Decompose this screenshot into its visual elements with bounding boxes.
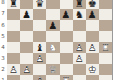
square-g4[interactable]: ♟♙ <box>86 42 99 53</box>
white-p-piece: ♙ <box>73 53 86 64</box>
white-n-piece: ♘ <box>46 42 59 53</box>
square-c7[interactable] <box>33 9 46 20</box>
square-a4[interactable] <box>7 42 20 53</box>
square-c8[interactable]: ♛ <box>33 0 46 9</box>
white-b-piece-fill: ♝ <box>33 75 46 80</box>
square-f6[interactable] <box>73 20 86 31</box>
black-k-piece: ♚ <box>86 0 99 9</box>
white-r-piece: ♖ <box>60 75 73 80</box>
square-h5[interactable] <box>99 31 112 42</box>
square-h7[interactable] <box>99 9 112 20</box>
square-c5[interactable] <box>33 31 46 42</box>
rank-label-5: 5 <box>0 34 6 40</box>
square-c6[interactable] <box>33 20 46 31</box>
square-c3[interactable]: ♟♙ <box>33 53 46 64</box>
white-p-piece: ♙ <box>33 53 46 64</box>
square-b7[interactable]: ♟ <box>20 9 33 20</box>
square-b4[interactable] <box>20 42 33 53</box>
square-b2[interactable]: ♟♙ <box>20 64 33 75</box>
rank-label-3: 3 <box>0 56 6 62</box>
square-e1[interactable]: ♜♖ <box>60 75 73 80</box>
square-g2[interactable]: ♚♔ <box>86 64 99 75</box>
white-p-piece: ♙ <box>20 64 33 75</box>
square-d5[interactable] <box>46 31 59 42</box>
square-d2[interactable]: ♛♕ <box>46 64 59 75</box>
white-p-piece-fill: ♟ <box>73 42 86 53</box>
black-q-piece: ♛ <box>33 0 46 9</box>
square-h4[interactable]: ♜♖ <box>99 42 112 53</box>
white-p-piece: ♙ <box>86 42 99 53</box>
rank-label-1: 1 <box>0 78 6 80</box>
square-d1[interactable] <box>46 75 59 80</box>
square-c4[interactable]: ♝ <box>33 42 46 53</box>
white-p-piece-fill: ♟ <box>86 42 99 53</box>
black-n-piece: ♞ <box>73 9 86 20</box>
square-f2[interactable] <box>73 64 86 75</box>
square-f3[interactable]: ♟♙ <box>73 53 86 64</box>
square-a1[interactable] <box>7 75 20 80</box>
square-c2[interactable] <box>33 64 46 75</box>
square-d6[interactable]: ♟ <box>46 20 59 31</box>
black-p-piece: ♟ <box>60 9 73 20</box>
square-a8[interactable]: ♜ <box>7 0 20 9</box>
square-f1[interactable] <box>73 75 86 80</box>
white-r-piece-fill: ♜ <box>60 75 73 80</box>
square-b8[interactable] <box>20 0 33 9</box>
square-f5[interactable] <box>73 31 86 42</box>
white-p-piece-fill: ♟ <box>73 53 86 64</box>
chess-board: ♜♛♜♚♟♟♞♟♟♝♞♘♟♙♟♙♜♖♟♙♟♙♟♙♟♙♛♕♚♔♝♗♜♖ <box>7 0 113 80</box>
square-g3[interactable] <box>86 53 99 64</box>
white-q-piece-fill: ♛ <box>46 64 59 75</box>
square-e4[interactable] <box>60 42 73 53</box>
white-p-piece: ♙ <box>7 64 20 75</box>
black-p-piece: ♟ <box>46 20 59 31</box>
black-p-piece: ♟ <box>86 9 99 20</box>
square-f7[interactable]: ♞ <box>73 9 86 20</box>
square-g5[interactable] <box>86 31 99 42</box>
square-b1[interactable] <box>20 75 33 80</box>
square-b5[interactable] <box>20 31 33 42</box>
square-d3[interactable] <box>46 53 59 64</box>
square-d8[interactable] <box>46 0 59 9</box>
square-e2[interactable] <box>60 64 73 75</box>
white-p-piece-fill: ♟ <box>33 53 46 64</box>
white-k-piece: ♔ <box>86 64 99 75</box>
white-n-piece-fill: ♞ <box>46 42 59 53</box>
black-b-piece: ♝ <box>33 42 46 53</box>
square-a2[interactable]: ♟♙ <box>7 64 20 75</box>
square-e6[interactable] <box>60 20 73 31</box>
square-g6[interactable] <box>86 20 99 31</box>
square-g8[interactable]: ♚ <box>86 0 99 9</box>
square-e3[interactable] <box>60 53 73 64</box>
square-h6[interactable] <box>99 20 112 31</box>
rank-label-7: 7 <box>0 11 6 17</box>
square-h3[interactable] <box>99 53 112 64</box>
square-a5[interactable] <box>7 31 20 42</box>
white-p-piece-fill: ♟ <box>7 64 20 75</box>
square-e5[interactable] <box>60 31 73 42</box>
square-h8[interactable] <box>99 0 112 9</box>
square-a7[interactable] <box>7 9 20 20</box>
white-p-piece: ♙ <box>73 42 86 53</box>
square-g1[interactable] <box>86 75 99 80</box>
rank-label-4: 4 <box>0 45 6 51</box>
square-a6[interactable] <box>7 20 20 31</box>
square-e7[interactable]: ♟ <box>60 9 73 20</box>
black-p-piece: ♟ <box>20 9 33 20</box>
square-d7[interactable] <box>46 9 59 20</box>
square-b6[interactable] <box>20 20 33 31</box>
square-a3[interactable] <box>7 53 20 64</box>
white-q-piece: ♕ <box>46 64 59 75</box>
white-b-piece: ♗ <box>33 75 46 80</box>
white-k-piece-fill: ♚ <box>86 64 99 75</box>
square-e8[interactable] <box>60 0 73 9</box>
rank-label-2: 2 <box>0 67 6 73</box>
black-r-piece: ♜ <box>7 0 20 9</box>
square-f4[interactable]: ♟♙ <box>73 42 86 53</box>
rank-label-6: 6 <box>0 23 6 29</box>
square-b3[interactable] <box>20 53 33 64</box>
white-r-piece: ♖ <box>99 42 112 53</box>
square-f8[interactable]: ♜ <box>73 0 86 9</box>
white-r-piece-fill: ♜ <box>99 42 112 53</box>
square-c1[interactable]: ♝♗ <box>33 75 46 80</box>
rank-label-8: 8 <box>0 0 6 6</box>
square-h1[interactable] <box>99 75 112 80</box>
black-r-piece: ♜ <box>73 0 86 9</box>
white-p-piece-fill: ♟ <box>20 64 33 75</box>
square-g7[interactable]: ♟ <box>86 9 99 20</box>
square-d4[interactable]: ♞♘ <box>46 42 59 53</box>
square-h2[interactable] <box>99 64 112 75</box>
